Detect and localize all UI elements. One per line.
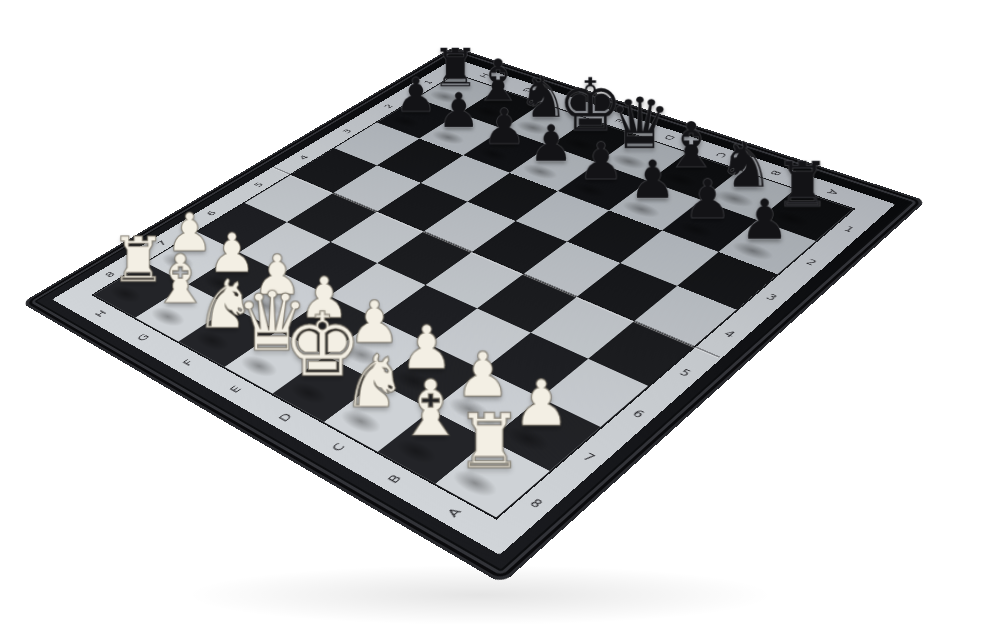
product-photo-stage: HGFEDCBA HGFEDCBA 12345678 12345678 ♜♝♞♚…	[0, 0, 1000, 630]
board-label-border: HGFEDCBA HGFEDCBA 12345678 12345678 ♜♝♞♚…	[52, 58, 895, 555]
chess-board[interactable]: ♜♝♞♚♛♝♞♜♟♟♟♟♟♟♟♟♟♟♟♟♟♟♟♟♜♝♞♛♚♞♝♜	[91, 73, 855, 519]
square-a2[interactable]: ♟	[718, 220, 816, 274]
piece-black-pawn-a2[interactable]: ♟	[717, 193, 812, 249]
piece-white-rook-a8[interactable]: ♜	[434, 405, 545, 480]
board-frame: HGFEDCBA HGFEDCBA 12345678 12345678 ♜♝♞♚…	[21, 47, 926, 584]
